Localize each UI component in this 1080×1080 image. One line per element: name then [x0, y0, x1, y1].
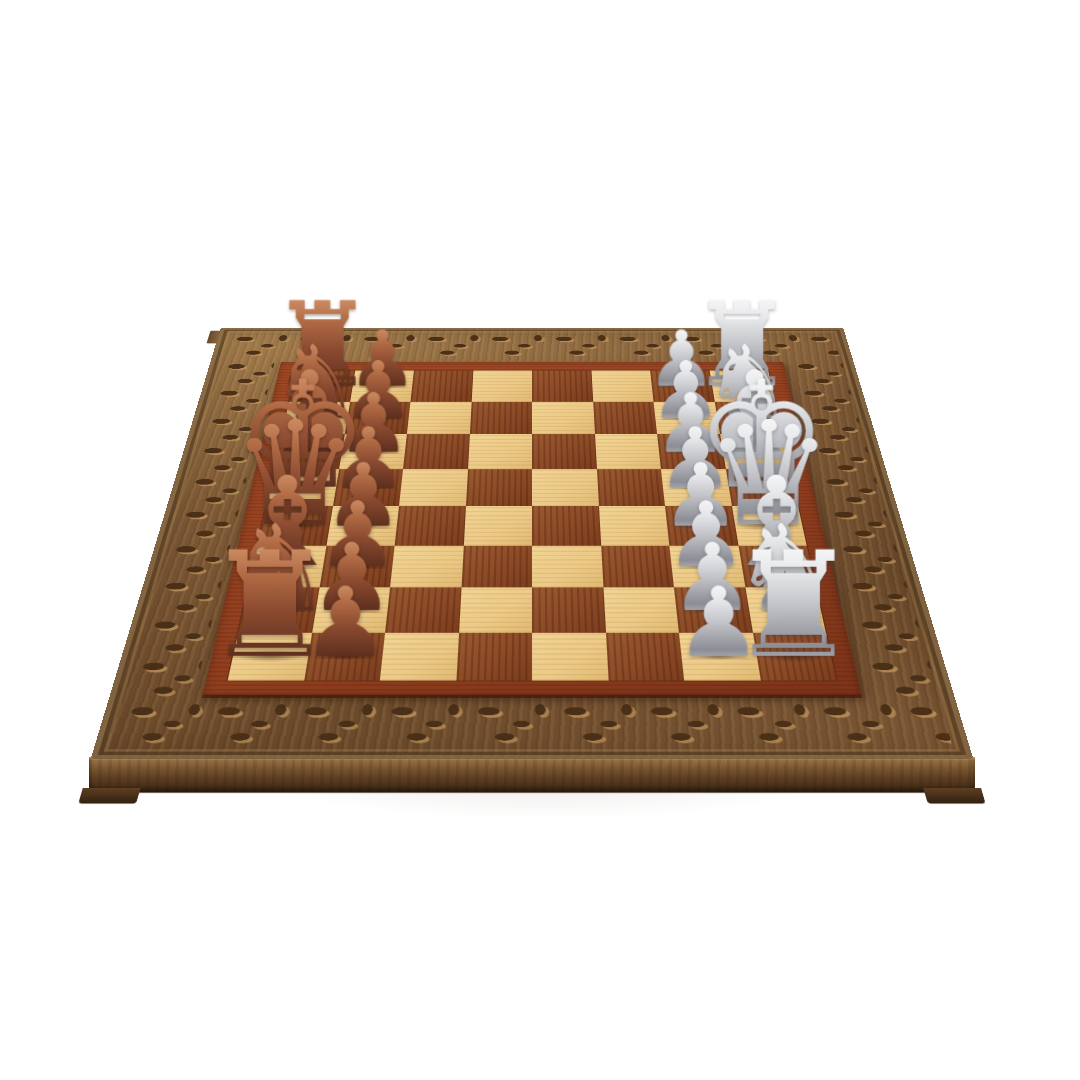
square-f3[interactable] [595, 434, 661, 469]
piece-black-rook-a8[interactable]: ♜ [197, 516, 343, 656]
square-e3[interactable] [596, 469, 665, 506]
square-e6[interactable] [399, 469, 468, 506]
board-foot-right [923, 788, 985, 804]
square-e5[interactable] [466, 469, 533, 506]
board-front-edge [89, 757, 975, 793]
carved-walnut-frame: ♜♟♟♜♞♟♟♞♝♟♟♝♚♟♟♚♛♟♟♛♝♟♟♝♞♟♟♞♜♟♟♜ [91, 328, 974, 760]
square-h3[interactable] [591, 371, 653, 402]
square-g6[interactable] [407, 401, 471, 434]
chess-board-scene: ♜♟♟♜♞♟♟♞♝♟♟♝♚♟♟♚♛♟♟♛♝♟♟♝♞♟♟♞♜♟♟♜ [91, 328, 974, 760]
square-g4[interactable] [532, 401, 595, 434]
square-h6[interactable] [410, 371, 472, 402]
board-foot-left [78, 788, 140, 804]
square-f5[interactable] [468, 434, 532, 469]
square-g5[interactable] [469, 401, 532, 434]
piece-white-rook-a1[interactable]: ♜ [721, 516, 867, 656]
photo-canvas: ♜♟♟♜♞♟♟♞♝♟♟♝♚♟♟♚♛♟♟♛♝♟♟♝♞♟♟♞♜♟♟♜ [0, 0, 1080, 1080]
square-e4[interactable] [532, 469, 599, 506]
square-h4[interactable] [532, 371, 593, 402]
square-f6[interactable] [403, 434, 469, 469]
square-g3[interactable] [593, 401, 657, 434]
square-f4[interactable] [532, 434, 596, 469]
square-h5[interactable] [471, 371, 532, 402]
